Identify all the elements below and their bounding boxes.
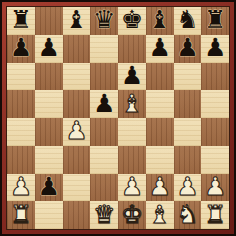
piece-white-bishop[interactable]: ♝ [121, 91, 143, 116]
square-c6[interactable] [63, 63, 91, 91]
square-h2[interactable]: ♟ [201, 174, 229, 202]
square-h6[interactable] [201, 63, 229, 91]
square-c4[interactable]: ♟ [63, 118, 91, 146]
square-a7[interactable]: ♟ [7, 35, 35, 63]
square-b6[interactable] [35, 63, 63, 91]
square-a5[interactable] [7, 90, 35, 118]
piece-white-pawn[interactable]: ♟ [10, 174, 32, 199]
square-e5[interactable]: ♝ [118, 90, 146, 118]
square-g2[interactable]: ♟ [174, 174, 202, 202]
square-b5[interactable] [35, 90, 63, 118]
square-d7[interactable] [90, 35, 118, 63]
square-a6[interactable] [7, 63, 35, 91]
square-d1[interactable]: ♛ [90, 201, 118, 229]
square-f7[interactable]: ♟ [146, 35, 174, 63]
square-c5[interactable] [63, 90, 91, 118]
square-h3[interactable] [201, 146, 229, 174]
square-d5[interactable]: ♟ [90, 90, 118, 118]
square-d4[interactable] [90, 118, 118, 146]
square-f5[interactable] [146, 90, 174, 118]
square-d6[interactable] [90, 63, 118, 91]
piece-black-pawn[interactable]: ♟ [93, 91, 115, 116]
square-f3[interactable] [146, 146, 174, 174]
piece-black-pawn[interactable]: ♟ [121, 63, 143, 88]
square-a2[interactable]: ♟ [7, 174, 35, 202]
piece-white-pawn[interactable]: ♟ [121, 174, 143, 199]
square-e4[interactable] [118, 118, 146, 146]
square-f6[interactable] [146, 63, 174, 91]
board-frame: ♜♝♛♚♝♞♜♟♟♟♟♟♟♟♝♟♟♟♟♟♟♟♜♛♚♝♞♜ [0, 0, 236, 236]
square-g1[interactable]: ♞ [174, 201, 202, 229]
square-g5[interactable] [174, 90, 202, 118]
square-f4[interactable] [146, 118, 174, 146]
square-c3[interactable] [63, 146, 91, 174]
square-g4[interactable] [174, 118, 202, 146]
square-h4[interactable] [201, 118, 229, 146]
piece-black-pawn[interactable]: ♟ [176, 35, 198, 60]
square-h5[interactable] [201, 90, 229, 118]
piece-white-rook[interactable]: ♜ [10, 202, 32, 227]
square-c8[interactable]: ♝ [63, 7, 91, 35]
piece-black-bishop[interactable]: ♝ [148, 7, 170, 32]
square-a1[interactable]: ♜ [7, 201, 35, 229]
piece-black-pawn[interactable]: ♟ [148, 35, 170, 60]
piece-black-queen[interactable]: ♛ [93, 7, 115, 32]
square-a4[interactable] [7, 118, 35, 146]
square-c2[interactable] [63, 174, 91, 202]
square-e8[interactable]: ♚ [118, 7, 146, 35]
square-b7[interactable]: ♟ [35, 35, 63, 63]
square-b8[interactable] [35, 7, 63, 35]
piece-white-rook[interactable]: ♜ [204, 202, 226, 227]
square-g3[interactable] [174, 146, 202, 174]
piece-white-pawn[interactable]: ♟ [176, 174, 198, 199]
piece-black-pawn[interactable]: ♟ [204, 35, 226, 60]
square-e2[interactable]: ♟ [118, 174, 146, 202]
piece-black-rook[interactable]: ♜ [204, 7, 226, 32]
square-e7[interactable] [118, 35, 146, 63]
square-a8[interactable]: ♜ [7, 7, 35, 35]
piece-black-knight[interactable]: ♞ [176, 7, 198, 32]
piece-white-pawn[interactable]: ♟ [148, 174, 170, 199]
piece-black-king[interactable]: ♚ [121, 7, 143, 32]
square-b4[interactable] [35, 118, 63, 146]
square-f8[interactable]: ♝ [146, 7, 174, 35]
square-g8[interactable]: ♞ [174, 7, 202, 35]
square-e3[interactable] [118, 146, 146, 174]
piece-black-bishop[interactable]: ♝ [65, 7, 87, 32]
piece-white-queen[interactable]: ♛ [93, 202, 115, 227]
square-e6[interactable]: ♟ [118, 63, 146, 91]
square-a3[interactable] [7, 146, 35, 174]
square-f1[interactable]: ♝ [146, 201, 174, 229]
chess-board: ♜♝♛♚♝♞♜♟♟♟♟♟♟♟♝♟♟♟♟♟♟♟♜♛♚♝♞♜ [7, 7, 229, 229]
piece-white-pawn[interactable]: ♟ [204, 174, 226, 199]
square-d2[interactable] [90, 174, 118, 202]
square-h7[interactable]: ♟ [201, 35, 229, 63]
square-g6[interactable] [174, 63, 202, 91]
piece-white-knight[interactable]: ♞ [176, 202, 198, 227]
square-e1[interactable]: ♚ [118, 201, 146, 229]
square-b2[interactable]: ♟ [35, 174, 63, 202]
square-d8[interactable]: ♛ [90, 7, 118, 35]
square-b3[interactable] [35, 146, 63, 174]
piece-white-king[interactable]: ♚ [121, 202, 143, 227]
piece-black-pawn[interactable]: ♟ [10, 35, 32, 60]
piece-white-bishop[interactable]: ♝ [148, 202, 170, 227]
square-c7[interactable] [63, 35, 91, 63]
square-g7[interactable]: ♟ [174, 35, 202, 63]
square-h8[interactable]: ♜ [201, 7, 229, 35]
piece-black-pawn[interactable]: ♟ [37, 174, 59, 199]
square-c1[interactable] [63, 201, 91, 229]
square-b1[interactable] [35, 201, 63, 229]
piece-black-pawn[interactable]: ♟ [37, 35, 59, 60]
square-h1[interactable]: ♜ [201, 201, 229, 229]
piece-white-pawn[interactable]: ♟ [65, 118, 87, 143]
square-d3[interactable] [90, 146, 118, 174]
square-f2[interactable]: ♟ [146, 174, 174, 202]
piece-black-rook[interactable]: ♜ [10, 7, 32, 32]
